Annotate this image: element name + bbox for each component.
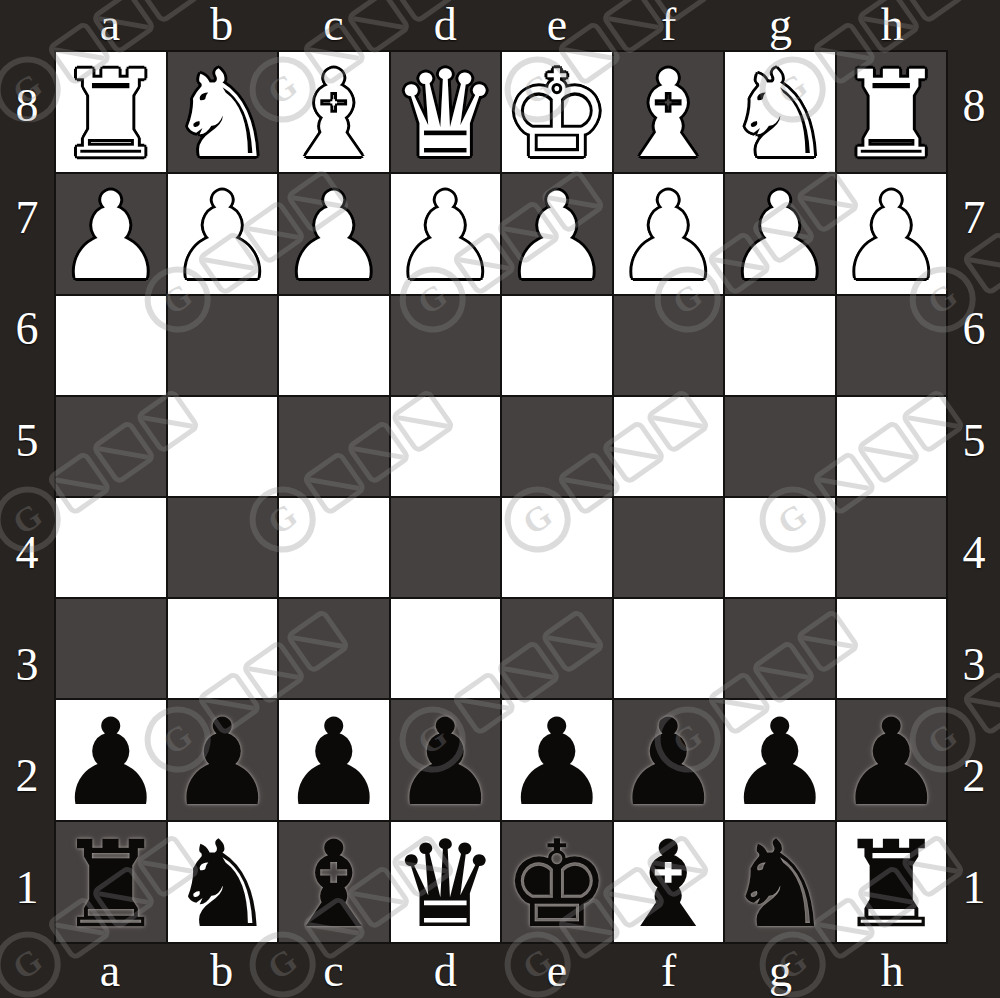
rank-label-left-8: 8 bbox=[0, 50, 54, 162]
piece-white-pawn: ♟ bbox=[168, 177, 276, 297]
file-label-top-d: d bbox=[389, 0, 501, 50]
chess-diagram: abcdefgh 87654321 ♜♞♝♛♚♝♞♜♟♟♟♟♟♟♟♟♟♟♟♟♟♟… bbox=[0, 0, 1000, 998]
rank-label-left-5: 5 bbox=[0, 385, 54, 497]
piece-white-rook: ♜ bbox=[57, 55, 165, 175]
square-f1[interactable]: ♝ bbox=[614, 822, 724, 942]
piece-black-pawn: ♟ bbox=[57, 703, 165, 823]
square-d1[interactable]: ♛ bbox=[391, 822, 501, 942]
square-c8[interactable]: ♝ bbox=[279, 52, 389, 172]
file-labels-bottom: abcdefgh bbox=[54, 944, 948, 998]
square-a7[interactable]: ♟ bbox=[56, 174, 166, 294]
square-g5[interactable] bbox=[725, 397, 835, 496]
rank-label-right-7: 7 bbox=[948, 162, 1000, 274]
file-label-bottom-a: a bbox=[54, 944, 166, 998]
square-a2[interactable]: ♟ bbox=[56, 700, 166, 820]
piece-black-queen: ♛ bbox=[391, 825, 499, 945]
piece-black-knight: ♞ bbox=[726, 825, 834, 945]
piece-white-pawn: ♟ bbox=[614, 177, 722, 297]
square-b8[interactable]: ♞ bbox=[168, 52, 278, 172]
square-b5[interactable] bbox=[168, 397, 278, 496]
square-g7[interactable]: ♟ bbox=[725, 174, 835, 294]
rank-label-right-6: 6 bbox=[948, 274, 1000, 386]
piece-white-bishop: ♝ bbox=[614, 55, 722, 175]
rank-label-left-1: 1 bbox=[0, 832, 54, 944]
file-label-bottom-f: f bbox=[613, 944, 725, 998]
file-label-top-h: h bbox=[836, 0, 948, 50]
rank-label-right-3: 3 bbox=[948, 609, 1000, 721]
rank-label-right-2: 2 bbox=[948, 721, 1000, 833]
square-c6[interactable] bbox=[279, 296, 389, 395]
piece-black-knight: ♞ bbox=[168, 825, 276, 945]
piece-black-king: ♚ bbox=[503, 825, 611, 945]
square-f7[interactable]: ♟ bbox=[614, 174, 724, 294]
square-a8[interactable]: ♜ bbox=[56, 52, 166, 172]
square-g2[interactable]: ♟ bbox=[725, 700, 835, 820]
rank-label-left-7: 7 bbox=[0, 162, 54, 274]
square-d4[interactable] bbox=[391, 498, 501, 597]
square-e8[interactable]: ♚ bbox=[502, 52, 612, 172]
square-d7[interactable]: ♟ bbox=[391, 174, 501, 294]
square-e2[interactable]: ♟ bbox=[502, 700, 612, 820]
square-b4[interactable] bbox=[168, 498, 278, 597]
file-label-top-f: f bbox=[613, 0, 725, 50]
rank-label-right-8: 8 bbox=[948, 50, 1000, 162]
rank-label-left-4: 4 bbox=[0, 497, 54, 609]
file-label-top-g: g bbox=[725, 0, 837, 50]
square-g1[interactable]: ♞ bbox=[725, 822, 835, 942]
square-e6[interactable] bbox=[502, 296, 612, 395]
square-f5[interactable] bbox=[614, 397, 724, 496]
square-a3[interactable] bbox=[56, 599, 166, 698]
square-d2[interactable]: ♟ bbox=[391, 700, 501, 820]
square-f8[interactable]: ♝ bbox=[614, 52, 724, 172]
rank-label-left-2: 2 bbox=[0, 721, 54, 833]
rank-label-right-1: 1 bbox=[948, 832, 1000, 944]
square-d3[interactable] bbox=[391, 599, 501, 698]
square-c3[interactable] bbox=[279, 599, 389, 698]
square-d6[interactable] bbox=[391, 296, 501, 395]
rank-label-right-4: 4 bbox=[948, 497, 1000, 609]
square-h4[interactable] bbox=[837, 498, 947, 597]
file-label-bottom-c: c bbox=[278, 944, 390, 998]
file-label-bottom-e: e bbox=[501, 944, 613, 998]
square-e4[interactable] bbox=[502, 498, 612, 597]
file-label-top-c: c bbox=[278, 0, 390, 50]
square-b2[interactable]: ♟ bbox=[168, 700, 278, 820]
square-a5[interactable] bbox=[56, 397, 166, 496]
square-g4[interactable] bbox=[725, 498, 835, 597]
square-h6[interactable] bbox=[837, 296, 947, 395]
square-h3[interactable] bbox=[837, 599, 947, 698]
piece-black-pawn: ♟ bbox=[614, 703, 722, 823]
square-c2[interactable]: ♟ bbox=[279, 700, 389, 820]
rank-label-left-6: 6 bbox=[0, 274, 54, 386]
square-e3[interactable] bbox=[502, 599, 612, 698]
square-b6[interactable] bbox=[168, 296, 278, 395]
square-g6[interactable] bbox=[725, 296, 835, 395]
file-label-top-b: b bbox=[166, 0, 278, 50]
square-d8[interactable]: ♛ bbox=[391, 52, 501, 172]
rank-labels-right: 87654321 bbox=[948, 50, 1000, 944]
piece-white-pawn: ♟ bbox=[391, 177, 499, 297]
square-c4[interactable] bbox=[279, 498, 389, 597]
rank-labels-left: 87654321 bbox=[0, 50, 54, 944]
square-c7[interactable]: ♟ bbox=[279, 174, 389, 294]
piece-white-knight: ♞ bbox=[168, 55, 276, 175]
piece-white-pawn: ♟ bbox=[503, 177, 611, 297]
square-f6[interactable] bbox=[614, 296, 724, 395]
piece-white-king: ♚ bbox=[503, 55, 611, 175]
file-label-bottom-h: h bbox=[836, 944, 948, 998]
square-f4[interactable] bbox=[614, 498, 724, 597]
square-f3[interactable] bbox=[614, 599, 724, 698]
piece-black-pawn: ♟ bbox=[391, 703, 499, 823]
piece-black-rook: ♜ bbox=[57, 825, 165, 945]
piece-black-bishop: ♝ bbox=[280, 825, 388, 945]
rank-label-left-3: 3 bbox=[0, 609, 54, 721]
piece-white-queen: ♛ bbox=[391, 55, 499, 175]
square-g8[interactable]: ♞ bbox=[725, 52, 835, 172]
square-h2[interactable]: ♟ bbox=[837, 700, 947, 820]
piece-white-bishop: ♝ bbox=[280, 55, 388, 175]
piece-black-pawn: ♟ bbox=[837, 703, 945, 823]
square-b3[interactable] bbox=[168, 599, 278, 698]
square-b7[interactable]: ♟ bbox=[168, 174, 278, 294]
square-a1[interactable]: ♜ bbox=[56, 822, 166, 942]
file-label-bottom-b: b bbox=[166, 944, 278, 998]
square-f2[interactable]: ♟ bbox=[614, 700, 724, 820]
file-label-top-e: e bbox=[501, 0, 613, 50]
piece-white-knight: ♞ bbox=[726, 55, 834, 175]
file-label-bottom-d: d bbox=[389, 944, 501, 998]
piece-black-rook: ♜ bbox=[837, 825, 945, 945]
square-h5[interactable] bbox=[837, 397, 947, 496]
piece-white-pawn: ♟ bbox=[837, 177, 945, 297]
square-h8[interactable]: ♜ bbox=[837, 52, 947, 172]
square-a4[interactable] bbox=[56, 498, 166, 597]
square-h7[interactable]: ♟ bbox=[837, 174, 947, 294]
square-h1[interactable]: ♜ bbox=[837, 822, 947, 942]
square-e5[interactable] bbox=[502, 397, 612, 496]
rank-label-right-5: 5 bbox=[948, 385, 1000, 497]
piece-white-pawn: ♟ bbox=[726, 177, 834, 297]
square-e1[interactable]: ♚ bbox=[502, 822, 612, 942]
piece-white-pawn: ♟ bbox=[57, 177, 165, 297]
piece-black-pawn: ♟ bbox=[280, 703, 388, 823]
piece-white-pawn: ♟ bbox=[280, 177, 388, 297]
square-e7[interactable]: ♟ bbox=[502, 174, 612, 294]
file-label-top-a: a bbox=[54, 0, 166, 50]
square-g3[interactable] bbox=[725, 599, 835, 698]
piece-black-pawn: ♟ bbox=[168, 703, 276, 823]
file-label-bottom-g: g bbox=[725, 944, 837, 998]
square-c1[interactable]: ♝ bbox=[279, 822, 389, 942]
square-a6[interactable] bbox=[56, 296, 166, 395]
square-b1[interactable]: ♞ bbox=[168, 822, 278, 942]
file-labels-top: abcdefgh bbox=[54, 0, 948, 50]
piece-black-bishop: ♝ bbox=[614, 825, 722, 945]
square-d5[interactable] bbox=[391, 397, 501, 496]
square-c5[interactable] bbox=[279, 397, 389, 496]
chess-board: ♜♞♝♛♚♝♞♜♟♟♟♟♟♟♟♟♟♟♟♟♟♟♟♟♜♞♝♛♚♝♞♜ bbox=[54, 50, 948, 944]
piece-white-rook: ♜ bbox=[837, 55, 945, 175]
piece-black-pawn: ♟ bbox=[503, 703, 611, 823]
piece-black-pawn: ♟ bbox=[726, 703, 834, 823]
